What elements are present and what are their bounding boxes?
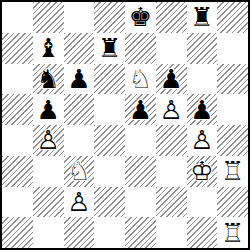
square-g8[interactable]: ♜ [187, 2, 218, 33]
piece-glyph: ♙ [64, 187, 95, 218]
square-a6[interactable] [2, 64, 33, 95]
square-c4[interactable] [64, 125, 95, 156]
square-c2[interactable]: ♟♙ [64, 187, 95, 218]
square-d3[interactable] [94, 156, 125, 187]
black-pawn-g5[interactable]: ♟ [187, 94, 218, 125]
square-d7[interactable]: ♜ [94, 33, 125, 64]
square-b7[interactable]: ♝ [33, 33, 64, 64]
square-b1[interactable] [33, 217, 64, 248]
square-a7[interactable] [2, 33, 33, 64]
piece-glyph: ♜ [187, 2, 218, 33]
square-b8[interactable] [33, 2, 64, 33]
white-pawn-c2[interactable]: ♟♙ [64, 187, 95, 218]
square-d6[interactable] [94, 64, 125, 95]
piece-glyph: ♚ [125, 2, 156, 33]
white-knight-e6[interactable]: ♞♘ [125, 64, 156, 95]
chess-board: ♚♜♝♜♞♟♞♘♟♟♟♟♙♟♟♙♟♙♞♘♚♔♜♖♟♙♜♖ [0, 0, 250, 250]
square-h4[interactable] [217, 125, 248, 156]
square-e7[interactable] [125, 33, 156, 64]
square-d1[interactable] [94, 217, 125, 248]
square-a3[interactable] [2, 156, 33, 187]
square-h3[interactable]: ♜♖ [217, 156, 248, 187]
piece-glyph: ♟ [156, 64, 187, 95]
square-h7[interactable] [217, 33, 248, 64]
square-c7[interactable] [64, 33, 95, 64]
square-b4[interactable]: ♟♙ [33, 125, 64, 156]
piece-glyph: ♟ [33, 94, 64, 125]
black-pawn-e5[interactable]: ♟ [125, 94, 156, 125]
square-c5[interactable] [64, 94, 95, 125]
square-g6[interactable] [187, 64, 218, 95]
piece-glyph: ♙ [33, 125, 64, 156]
square-d2[interactable] [94, 187, 125, 218]
black-king-e8[interactable]: ♚ [125, 2, 156, 33]
square-f3[interactable] [156, 156, 187, 187]
square-b5[interactable]: ♟ [33, 94, 64, 125]
square-e8[interactable]: ♚ [125, 2, 156, 33]
white-pawn-f5[interactable]: ♟♙ [156, 94, 187, 125]
piece-glyph: ♝ [33, 33, 64, 64]
square-g4[interactable]: ♟♙ [187, 125, 218, 156]
white-king-g3[interactable]: ♚♔ [187, 156, 218, 187]
square-e1[interactable] [125, 217, 156, 248]
square-h8[interactable] [217, 2, 248, 33]
square-c6[interactable]: ♟ [64, 64, 95, 95]
square-c3[interactable]: ♞♘ [64, 156, 95, 187]
black-pawn-b5[interactable]: ♟ [33, 94, 64, 125]
square-e3[interactable] [125, 156, 156, 187]
piece-glyph: ♘ [125, 64, 156, 95]
square-g2[interactable] [187, 187, 218, 218]
square-h5[interactable] [217, 94, 248, 125]
piece-glyph: ♟ [187, 94, 218, 125]
piece-glyph: ♖ [217, 156, 248, 187]
black-pawn-c6[interactable]: ♟ [64, 64, 95, 95]
square-f6[interactable]: ♟ [156, 64, 187, 95]
square-f8[interactable] [156, 2, 187, 33]
square-h2[interactable] [217, 187, 248, 218]
square-g7[interactable] [187, 33, 218, 64]
square-g3[interactable]: ♚♔ [187, 156, 218, 187]
square-f2[interactable] [156, 187, 187, 218]
black-knight-b6[interactable]: ♞ [33, 64, 64, 95]
black-rook-d7[interactable]: ♜ [94, 33, 125, 64]
square-g1[interactable] [187, 217, 218, 248]
square-f5[interactable]: ♟♙ [156, 94, 187, 125]
square-e6[interactable]: ♞♘ [125, 64, 156, 95]
square-a1[interactable] [2, 217, 33, 248]
piece-glyph: ♟ [125, 94, 156, 125]
square-e5[interactable]: ♟ [125, 94, 156, 125]
black-rook-g8[interactable]: ♜ [187, 2, 218, 33]
square-d5[interactable] [94, 94, 125, 125]
square-d8[interactable] [94, 2, 125, 33]
square-c1[interactable] [64, 217, 95, 248]
square-f1[interactable] [156, 217, 187, 248]
piece-glyph: ♟ [64, 64, 95, 95]
piece-glyph: ♙ [156, 94, 187, 125]
square-f7[interactable] [156, 33, 187, 64]
piece-glyph: ♜ [94, 33, 125, 64]
square-b6[interactable]: ♞ [33, 64, 64, 95]
black-bishop-b7[interactable]: ♝ [33, 33, 64, 64]
white-rook-h1[interactable]: ♜♖ [217, 217, 248, 248]
square-h6[interactable] [217, 64, 248, 95]
square-e4[interactable] [125, 125, 156, 156]
piece-glyph: ♞ [33, 64, 64, 95]
square-a5[interactable] [2, 94, 33, 125]
square-g5[interactable]: ♟ [187, 94, 218, 125]
square-d4[interactable] [94, 125, 125, 156]
square-a8[interactable] [2, 2, 33, 33]
square-a4[interactable] [2, 125, 33, 156]
white-knight-c3[interactable]: ♞♘ [64, 156, 95, 187]
square-a2[interactable] [2, 187, 33, 218]
piece-glyph: ♖ [217, 217, 248, 248]
black-pawn-f6[interactable]: ♟ [156, 64, 187, 95]
white-pawn-g4[interactable]: ♟♙ [187, 125, 218, 156]
piece-glyph: ♘ [64, 156, 95, 187]
white-rook-h3[interactable]: ♜♖ [217, 156, 248, 187]
piece-glyph: ♔ [187, 156, 218, 187]
piece-glyph: ♙ [187, 125, 218, 156]
white-pawn-b4[interactable]: ♟♙ [33, 125, 64, 156]
square-b2[interactable] [33, 187, 64, 218]
square-c8[interactable] [64, 2, 95, 33]
square-h1[interactable]: ♜♖ [217, 217, 248, 248]
square-b3[interactable] [33, 156, 64, 187]
square-f4[interactable] [156, 125, 187, 156]
square-e2[interactable] [125, 187, 156, 218]
